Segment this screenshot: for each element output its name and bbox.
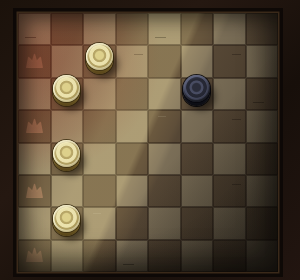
checker-top [53,205,80,232]
game-screen [0,0,300,280]
checker-light[interactable] [53,75,80,106]
checker-dark[interactable] [183,75,210,106]
checker-light[interactable] [53,205,80,236]
checker-top [86,43,113,70]
checker-light[interactable] [86,43,113,74]
checkers-board [18,13,278,272]
checker-light[interactable] [53,140,80,171]
pieces-layer [18,13,278,272]
